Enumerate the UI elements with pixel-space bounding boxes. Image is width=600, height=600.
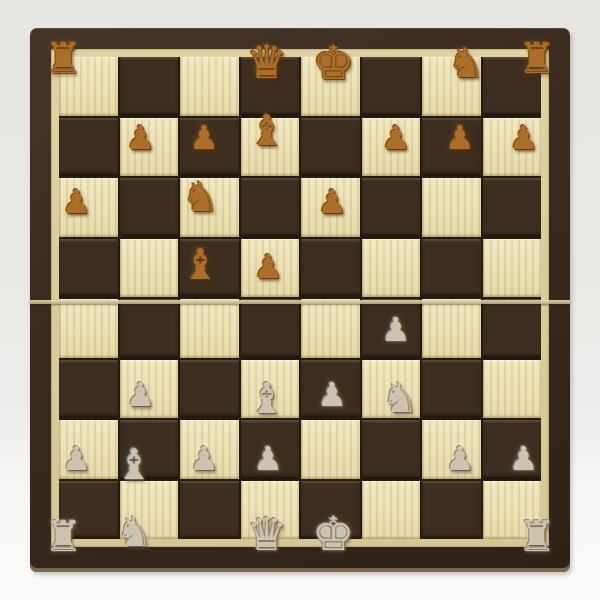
piece-black-pawn-b7[interactable]: ♟ [125, 121, 155, 154]
square-c2[interactable]: ♟ [180, 420, 239, 479]
square-d4[interactable] [241, 299, 300, 358]
piece-white-knight-f3[interactable]: ♞ [381, 378, 418, 419]
piece-black-bishop-d7[interactable]: ♝ [248, 110, 286, 152]
piece-white-pawn-a2[interactable]: ♟ [62, 442, 92, 475]
piece-white-pawn-f4[interactable]: ♟ [381, 314, 411, 347]
square-c4[interactable] [180, 299, 239, 358]
piece-white-pawn-c2[interactable]: ♟ [189, 442, 219, 475]
piece-white-king-e1[interactable]: ♚ [312, 510, 354, 557]
piece-black-pawn-g7[interactable]: ♟ [445, 121, 475, 154]
square-h2[interactable]: ♟ [483, 420, 542, 479]
piece-white-pawn-e3[interactable]: ♟ [317, 378, 347, 411]
square-g3[interactable] [422, 360, 481, 419]
piece-black-pawn-e6[interactable]: ♟ [317, 185, 347, 218]
square-g4[interactable] [422, 299, 481, 358]
piece-black-pawn-c7[interactable]: ♟ [189, 121, 219, 154]
square-h3[interactable] [483, 360, 542, 419]
piece-white-pawn-b3[interactable]: ♟ [125, 378, 155, 411]
square-c6[interactable]: ♞ [180, 178, 239, 237]
square-a8[interactable]: ♜ [59, 57, 118, 116]
square-c7[interactable]: ♟ [180, 118, 239, 177]
square-g5[interactable] [422, 239, 481, 298]
square-e8[interactable]: ♚ [301, 57, 360, 116]
board-fold-seam [30, 300, 570, 304]
square-c3[interactable] [180, 360, 239, 419]
square-g1[interactable] [422, 481, 481, 540]
square-b4[interactable] [120, 299, 179, 358]
square-a5[interactable] [59, 239, 118, 298]
piece-white-bishop-d3[interactable]: ♝ [248, 377, 286, 419]
square-a3[interactable] [59, 360, 118, 419]
square-g6[interactable] [422, 178, 481, 237]
square-b5[interactable] [120, 239, 179, 298]
square-d7[interactable]: ♝ [241, 118, 300, 177]
piece-black-bishop-c5[interactable]: ♝ [182, 244, 220, 286]
square-d3[interactable]: ♝ [241, 360, 300, 419]
piece-white-pawn-d2[interactable]: ♟ [253, 442, 283, 475]
square-c8[interactable] [180, 57, 239, 116]
square-f8[interactable] [362, 57, 421, 116]
squares-grid: ♜♛♚♞♜♟♟♝♟♟♟♟♞♟♝♟♟♟♝♟♞♟♝♟♟♟♟♜♞♛♚♜ [59, 57, 541, 539]
square-h6[interactable] [483, 178, 542, 237]
square-e2[interactable] [301, 420, 360, 479]
square-a7[interactable] [59, 118, 118, 177]
square-f3[interactable]: ♞ [362, 360, 421, 419]
square-e7[interactable] [301, 118, 360, 177]
square-h7[interactable]: ♟ [483, 118, 542, 177]
square-g7[interactable]: ♟ [422, 118, 481, 177]
square-h8[interactable]: ♜ [483, 57, 542, 116]
piece-black-queen-d8[interactable]: ♛ [246, 39, 287, 85]
piece-white-pawn-g2[interactable]: ♟ [445, 442, 475, 475]
square-e6[interactable]: ♟ [301, 178, 360, 237]
square-h5[interactable] [483, 239, 542, 298]
square-f6[interactable] [362, 178, 421, 237]
piece-white-knight-b1[interactable]: ♞ [116, 512, 153, 553]
square-f5[interactable] [362, 239, 421, 298]
square-c5[interactable]: ♝ [180, 239, 239, 298]
square-e5[interactable] [301, 239, 360, 298]
piece-white-rook-a1[interactable]: ♜ [44, 516, 82, 558]
piece-black-knight-c6[interactable]: ♞ [182, 177, 219, 218]
square-e1[interactable]: ♚ [301, 481, 360, 540]
square-c1[interactable] [180, 481, 239, 540]
piece-black-knight-g8[interactable]: ♞ [448, 43, 485, 84]
square-f2[interactable] [362, 420, 421, 479]
piece-white-rook-h1[interactable]: ♜ [518, 516, 556, 558]
square-b2[interactable]: ♝ [120, 420, 179, 479]
square-f1[interactable] [362, 481, 421, 540]
square-d2[interactable]: ♟ [241, 420, 300, 479]
piece-black-rook-a8[interactable]: ♜ [44, 38, 82, 80]
square-e4[interactable] [301, 299, 360, 358]
square-d1[interactable]: ♛ [241, 481, 300, 540]
square-a6[interactable]: ♟ [59, 178, 118, 237]
piece-white-pawn-h2[interactable]: ♟ [509, 442, 539, 475]
piece-black-rook-h8[interactable]: ♜ [518, 38, 556, 80]
photo-background: ♜♛♚♞♜♟♟♝♟♟♟♟♞♟♝♟♟♟♝♟♞♟♝♟♟♟♟♜♞♛♚♜ [0, 0, 600, 600]
square-b3[interactable]: ♟ [120, 360, 179, 419]
square-f7[interactable]: ♟ [362, 118, 421, 177]
square-f4[interactable]: ♟ [362, 299, 421, 358]
piece-black-pawn-f7[interactable]: ♟ [381, 121, 411, 154]
piece-white-bishop-b2[interactable]: ♝ [115, 444, 153, 486]
square-g8[interactable]: ♞ [422, 57, 481, 116]
piece-black-king-e8[interactable]: ♚ [312, 39, 354, 86]
piece-black-pawn-d5[interactable]: ♟ [253, 249, 283, 282]
square-a1[interactable]: ♜ [59, 481, 118, 540]
chess-board: ♜♛♚♞♜♟♟♝♟♟♟♟♞♟♝♟♟♟♝♟♞♟♝♟♟♟♟♜♞♛♚♜ [30, 28, 570, 572]
square-h1[interactable]: ♜ [483, 481, 542, 540]
piece-white-queen-d1[interactable]: ♛ [246, 511, 287, 557]
square-b7[interactable]: ♟ [120, 118, 179, 177]
board-inner-border: ♜♛♚♞♜♟♟♝♟♟♟♟♞♟♝♟♟♟♝♟♞♟♝♟♟♟♟♜♞♛♚♜ [51, 49, 549, 547]
square-a4[interactable] [59, 299, 118, 358]
piece-black-pawn-a6[interactable]: ♟ [62, 185, 92, 218]
square-d6[interactable] [241, 178, 300, 237]
square-h4[interactable] [483, 299, 542, 358]
square-b8[interactable] [120, 57, 179, 116]
piece-black-pawn-h7[interactable]: ♟ [509, 121, 539, 154]
square-e3[interactable]: ♟ [301, 360, 360, 419]
square-b6[interactable] [120, 178, 179, 237]
square-g2[interactable]: ♟ [422, 420, 481, 479]
square-a2[interactable]: ♟ [59, 420, 118, 479]
square-d5[interactable]: ♟ [241, 239, 300, 298]
